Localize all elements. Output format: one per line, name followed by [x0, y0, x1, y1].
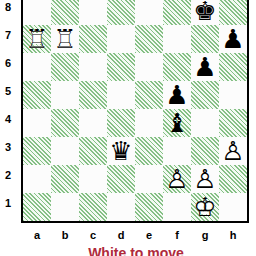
square-d3[interactable]: ♛: [107, 137, 135, 165]
square-h6[interactable]: [219, 53, 247, 81]
square-d4[interactable]: [107, 109, 135, 137]
square-h1[interactable]: [219, 193, 247, 221]
square-b2[interactable]: [51, 165, 79, 193]
file-label-g: g: [191, 229, 219, 241]
square-g6[interactable]: ♟: [191, 53, 219, 81]
rank-label-6: 6: [0, 49, 16, 77]
square-e6[interactable]: [135, 53, 163, 81]
square-c3[interactable]: [79, 137, 107, 165]
chess-board: ♚♜♖♜♖♟♟♟♝♛♟♙♟♙♟♙♚♔: [21, 0, 249, 223]
square-d2[interactable]: [107, 165, 135, 193]
square-f1[interactable]: [163, 193, 191, 221]
square-d1[interactable]: [107, 193, 135, 221]
square-g8[interactable]: ♚: [191, 0, 219, 25]
square-g2[interactable]: ♟♙: [191, 165, 219, 193]
file-label-e: e: [135, 229, 163, 241]
square-b1[interactable]: [51, 193, 79, 221]
square-h2[interactable]: [219, 165, 247, 193]
white-king[interactable]: ♚♔: [191, 193, 219, 221]
rank-label-7: 7: [0, 21, 16, 49]
square-f5[interactable]: ♟: [163, 81, 191, 109]
square-f2[interactable]: ♟♙: [163, 165, 191, 193]
file-labels: abcdefgh: [23, 229, 247, 241]
white-pawn[interactable]: ♟♙: [191, 165, 219, 193]
square-g4[interactable]: [191, 109, 219, 137]
square-e2[interactable]: [135, 165, 163, 193]
square-h4[interactable]: [219, 109, 247, 137]
square-c7[interactable]: [79, 25, 107, 53]
square-a7[interactable]: ♜♖: [23, 25, 51, 53]
file-label-a: a: [23, 229, 51, 241]
black-king[interactable]: ♚: [191, 0, 219, 25]
square-a8[interactable]: [23, 0, 51, 25]
square-h3[interactable]: ♟♙: [219, 137, 247, 165]
square-c2[interactable]: [79, 165, 107, 193]
square-e4[interactable]: [135, 109, 163, 137]
square-d8[interactable]: [107, 0, 135, 25]
square-c8[interactable]: [79, 0, 107, 25]
rank-label-4: 4: [0, 105, 16, 133]
file-label-h: h: [219, 229, 247, 241]
rank-label-3: 3: [0, 133, 16, 161]
rank-label-1: 1: [0, 189, 16, 217]
square-f6[interactable]: [163, 53, 191, 81]
square-f3[interactable]: [163, 137, 191, 165]
black-pawn[interactable]: ♟: [191, 53, 219, 81]
black-pawn[interactable]: ♟: [163, 81, 191, 109]
status-text: White to move: [14, 245, 256, 256]
square-c5[interactable]: [79, 81, 107, 109]
square-g5[interactable]: [191, 81, 219, 109]
square-f8[interactable]: [163, 0, 191, 25]
square-e3[interactable]: [135, 137, 163, 165]
rank-label-8: 8: [0, 0, 16, 21]
square-d6[interactable]: [107, 53, 135, 81]
square-a2[interactable]: [23, 165, 51, 193]
file-label-c: c: [79, 229, 107, 241]
square-h8[interactable]: [219, 0, 247, 25]
white-pawn[interactable]: ♟♙: [219, 137, 247, 165]
square-d5[interactable]: [107, 81, 135, 109]
square-e5[interactable]: [135, 81, 163, 109]
rank-label-5: 5: [0, 77, 16, 105]
square-g3[interactable]: [191, 137, 219, 165]
square-h7[interactable]: ♟: [219, 25, 247, 53]
square-b8[interactable]: [51, 0, 79, 25]
white-rook[interactable]: ♜♖: [23, 25, 51, 53]
square-e8[interactable]: [135, 0, 163, 25]
black-pawn[interactable]: ♟: [219, 25, 247, 53]
white-pawn[interactable]: ♟♙: [163, 165, 191, 193]
square-g1[interactable]: ♚♔: [191, 193, 219, 221]
square-a4[interactable]: [23, 109, 51, 137]
square-a1[interactable]: [23, 193, 51, 221]
file-label-d: d: [107, 229, 135, 241]
square-c6[interactable]: [79, 53, 107, 81]
square-f7[interactable]: [163, 25, 191, 53]
square-e7[interactable]: [135, 25, 163, 53]
square-a6[interactable]: [23, 53, 51, 81]
square-a5[interactable]: [23, 81, 51, 109]
rank-label-2: 2: [0, 161, 16, 189]
black-queen[interactable]: ♛: [107, 137, 135, 165]
square-e1[interactable]: [135, 193, 163, 221]
square-c1[interactable]: [79, 193, 107, 221]
square-b5[interactable]: [51, 81, 79, 109]
square-f4[interactable]: ♝: [163, 109, 191, 137]
square-h5[interactable]: [219, 81, 247, 109]
board-grid: ♚♜♖♜♖♟♟♟♝♛♟♙♟♙♟♙♚♔: [23, 0, 247, 221]
square-c4[interactable]: [79, 109, 107, 137]
square-b3[interactable]: [51, 137, 79, 165]
file-label-f: f: [163, 229, 191, 241]
square-b6[interactable]: [51, 53, 79, 81]
square-d7[interactable]: [107, 25, 135, 53]
black-bishop[interactable]: ♝: [163, 109, 191, 137]
file-label-b: b: [51, 229, 79, 241]
square-b4[interactable]: [51, 109, 79, 137]
rank-labels: 87654321: [0, 0, 16, 217]
square-g7[interactable]: [191, 25, 219, 53]
square-b7[interactable]: ♜♖: [51, 25, 79, 53]
white-rook[interactable]: ♜♖: [51, 25, 79, 53]
square-a3[interactable]: [23, 137, 51, 165]
